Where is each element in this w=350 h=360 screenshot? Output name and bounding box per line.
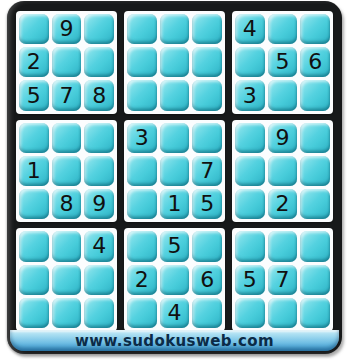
cell-r9c5[interactable]: 4 <box>160 298 190 328</box>
cell-r3c5[interactable] <box>160 80 190 110</box>
given-digit: 4 <box>167 302 181 324</box>
cell-r8c1[interactable] <box>19 265 49 295</box>
cell-r7c3[interactable]: 4 <box>84 231 114 261</box>
cell-r2c7[interactable] <box>235 47 265 77</box>
cell-r2c3[interactable] <box>84 47 114 77</box>
cell-r4c6[interactable] <box>192 123 222 153</box>
cell-r6c9[interactable] <box>300 189 330 219</box>
cell-r3c4[interactable] <box>127 80 157 110</box>
cell-r5c9[interactable] <box>300 156 330 186</box>
sudoku-box-3: 4563 <box>232 11 333 114</box>
footer-bar: www.sudokusweb.com <box>10 330 339 351</box>
cell-r4c5[interactable] <box>160 123 190 153</box>
cell-r6c2[interactable]: 8 <box>52 189 82 219</box>
cell-r8c5[interactable] <box>160 265 190 295</box>
sudoku-board: 9257845631893715924526457 www.sudokusweb… <box>7 1 342 354</box>
cell-r3c7[interactable]: 3 <box>235 80 265 110</box>
given-digit: 1 <box>167 193 181 215</box>
cell-r7c8[interactable] <box>268 231 298 261</box>
given-digit: 2 <box>27 51 41 73</box>
cell-r5c3[interactable] <box>84 156 114 186</box>
given-digit: 4 <box>92 235 106 257</box>
cell-r9c9[interactable] <box>300 298 330 328</box>
given-digit: 5 <box>27 85 41 107</box>
sudoku-grid: 9257845631893715924526457 <box>16 11 333 331</box>
cell-r7c4[interactable] <box>127 231 157 261</box>
given-digit: 6 <box>200 269 214 291</box>
cell-r8c2[interactable] <box>52 265 82 295</box>
cell-r8c6[interactable]: 6 <box>192 265 222 295</box>
sudoku-box-9: 57 <box>232 228 333 331</box>
given-digit: 3 <box>135 127 149 149</box>
cell-r1c5[interactable] <box>160 14 190 44</box>
cell-r1c9[interactable] <box>300 14 330 44</box>
cell-r7c6[interactable] <box>192 231 222 261</box>
cell-r2c9[interactable]: 6 <box>300 47 330 77</box>
cell-r1c3[interactable] <box>84 14 114 44</box>
cell-r9c3[interactable] <box>84 298 114 328</box>
cell-r6c5[interactable]: 1 <box>160 189 190 219</box>
cell-r3c3[interactable]: 8 <box>84 80 114 110</box>
sudoku-box-1: 92578 <box>16 11 117 114</box>
given-digit: 7 <box>275 269 289 291</box>
cell-r5c4[interactable] <box>127 156 157 186</box>
given-digit: 5 <box>243 269 257 291</box>
cell-r9c4[interactable] <box>127 298 157 328</box>
cell-r6c4[interactable] <box>127 189 157 219</box>
cell-r5c8[interactable] <box>268 156 298 186</box>
cell-r5c2[interactable] <box>52 156 82 186</box>
cell-r1c6[interactable] <box>192 14 222 44</box>
given-digit: 2 <box>135 269 149 291</box>
cell-r3c9[interactable] <box>300 80 330 110</box>
cell-r2c8[interactable]: 5 <box>268 47 298 77</box>
given-digit: 8 <box>59 193 73 215</box>
cell-r4c1[interactable] <box>19 123 49 153</box>
cell-r1c1[interactable] <box>19 14 49 44</box>
cell-r8c4[interactable]: 2 <box>127 265 157 295</box>
cell-r4c2[interactable] <box>52 123 82 153</box>
given-digit: 7 <box>59 85 73 107</box>
cell-r3c2[interactable]: 7 <box>52 80 82 110</box>
cell-r9c2[interactable] <box>52 298 82 328</box>
cell-r9c1[interactable] <box>19 298 49 328</box>
cell-r9c6[interactable] <box>192 298 222 328</box>
given-digit: 2 <box>275 193 289 215</box>
cell-r2c2[interactable] <box>52 47 82 77</box>
cell-r1c7[interactable]: 4 <box>235 14 265 44</box>
site-url[interactable]: www.sudokusweb.com <box>75 332 274 350</box>
cell-r5c7[interactable] <box>235 156 265 186</box>
cell-r8c7[interactable]: 5 <box>235 265 265 295</box>
cell-r7c5[interactable]: 5 <box>160 231 190 261</box>
cell-r4c8[interactable]: 9 <box>268 123 298 153</box>
cell-r8c3[interactable] <box>84 265 114 295</box>
given-digit: 5 <box>275 51 289 73</box>
cell-r4c4[interactable]: 3 <box>127 123 157 153</box>
cell-r7c7[interactable] <box>235 231 265 261</box>
cell-r7c2[interactable] <box>52 231 82 261</box>
cell-r2c4[interactable] <box>127 47 157 77</box>
cell-r1c8[interactable] <box>268 14 298 44</box>
cell-r2c5[interactable] <box>160 47 190 77</box>
sudoku-box-8: 5264 <box>124 228 225 331</box>
cell-r1c2[interactable]: 9 <box>52 14 82 44</box>
sudoku-box-7: 4 <box>16 228 117 331</box>
given-digit: 6 <box>308 51 322 73</box>
sudoku-box-2 <box>124 11 225 114</box>
given-digit: 7 <box>200 160 214 182</box>
cell-r3c1[interactable]: 5 <box>19 80 49 110</box>
cell-r8c8[interactable]: 7 <box>268 265 298 295</box>
sudoku-box-4: 189 <box>16 120 117 223</box>
given-digit: 8 <box>92 85 106 107</box>
given-digit: 4 <box>243 18 257 40</box>
cell-r6c7[interactable] <box>235 189 265 219</box>
given-digit: 5 <box>167 235 181 257</box>
cell-r5c1[interactable]: 1 <box>19 156 49 186</box>
cell-r6c1[interactable] <box>19 189 49 219</box>
given-digit: 1 <box>27 160 41 182</box>
given-digit: 3 <box>243 85 257 107</box>
cell-r6c8[interactable]: 2 <box>268 189 298 219</box>
sudoku-box-5: 3715 <box>124 120 225 223</box>
given-digit: 9 <box>275 127 289 149</box>
cell-r5c5[interactable] <box>160 156 190 186</box>
cell-r1c4[interactable] <box>127 14 157 44</box>
given-digit: 9 <box>92 193 106 215</box>
cell-r4c3[interactable] <box>84 123 114 153</box>
sudoku-box-6: 92 <box>232 120 333 223</box>
cell-r3c8[interactable] <box>268 80 298 110</box>
cell-r7c1[interactable] <box>19 231 49 261</box>
cell-r9c7[interactable] <box>235 298 265 328</box>
given-digit: 9 <box>59 18 73 40</box>
given-digit: 5 <box>200 193 214 215</box>
cell-r6c6[interactable]: 5 <box>192 189 222 219</box>
cell-r3c6[interactable] <box>192 80 222 110</box>
cell-r2c6[interactable] <box>192 47 222 77</box>
cell-r4c7[interactable] <box>235 123 265 153</box>
cell-r2c1[interactable]: 2 <box>19 47 49 77</box>
cell-r6c3[interactable]: 9 <box>84 189 114 219</box>
cell-r4c9[interactable] <box>300 123 330 153</box>
cell-r7c9[interactable] <box>300 231 330 261</box>
cell-r8c9[interactable] <box>300 265 330 295</box>
cell-r9c8[interactable] <box>268 298 298 328</box>
cell-r5c6[interactable]: 7 <box>192 156 222 186</box>
